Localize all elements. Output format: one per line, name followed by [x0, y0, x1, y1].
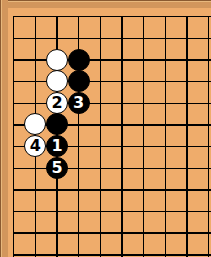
stone-black: [68, 49, 90, 71]
stone-white: [46, 70, 68, 92]
board-frame-left: [0, 0, 8, 257]
stone-white: [46, 49, 68, 71]
board-grid: [13, 16, 211, 257]
stone-black-move-3: 3: [68, 92, 90, 114]
board-frame-top: [0, 0, 211, 8]
stone-black-move-5: 5: [46, 157, 68, 179]
go-diagram: 23415: [0, 0, 211, 257]
stone-black-move-1: 1: [46, 135, 68, 157]
stone-white-move-2: 2: [46, 92, 68, 114]
stone-black: [68, 70, 90, 92]
